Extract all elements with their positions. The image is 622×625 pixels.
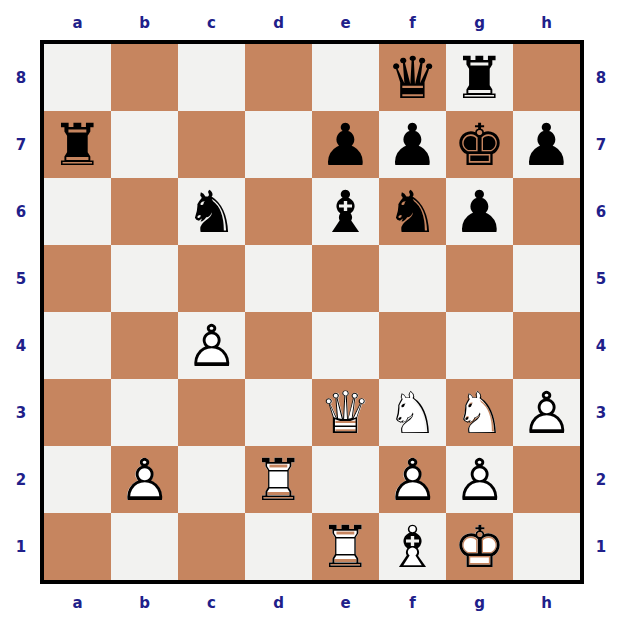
white-bishop[interactable]: ♗︎ (379, 513, 446, 580)
square-g2[interactable]: ♟︎♙︎ (446, 446, 513, 513)
file-label-h-top: h (513, 8, 580, 38)
square-h5[interactable] (513, 245, 580, 312)
file-label-d-top: d (245, 8, 312, 38)
square-e5[interactable] (312, 245, 379, 312)
file-label-c-bottom: c (178, 588, 245, 618)
rank-label-2-right: 2 (586, 446, 616, 513)
black-pawn[interactable]: ♟︎ (312, 111, 379, 178)
square-f3[interactable]: ♞︎♘︎ (379, 379, 446, 446)
square-f8[interactable]: ♛︎ (379, 44, 446, 111)
white-king-fill: ♚︎ (446, 513, 513, 580)
file-label-b-bottom: b (111, 588, 178, 618)
square-b4[interactable] (111, 312, 178, 379)
square-h6[interactable] (513, 178, 580, 245)
file-label-b-top: b (111, 8, 178, 38)
file-label-f-bottom: f (379, 588, 446, 618)
square-e8[interactable] (312, 44, 379, 111)
square-a8[interactable] (44, 44, 111, 111)
black-pawn[interactable]: ♟︎ (446, 178, 513, 245)
rank-label-7-right: 7 (586, 111, 616, 178)
white-pawn[interactable]: ♙︎ (379, 446, 446, 513)
rank-label-2-left: 2 (6, 446, 36, 513)
file-label-a-bottom: a (44, 588, 111, 618)
square-d4[interactable] (245, 312, 312, 379)
white-knight[interactable]: ♘︎ (446, 379, 513, 446)
square-f5[interactable] (379, 245, 446, 312)
square-b5[interactable] (111, 245, 178, 312)
square-c5[interactable] (178, 245, 245, 312)
square-b8[interactable] (111, 44, 178, 111)
white-queen-fill: ♛︎ (312, 379, 379, 446)
rank-label-6-right: 6 (586, 178, 616, 245)
white-rook-fill: ♜︎ (245, 446, 312, 513)
rank-label-8-left: 8 (6, 44, 36, 111)
square-g8[interactable]: ♜︎ (446, 44, 513, 111)
white-pawn[interactable]: ♙︎ (513, 379, 580, 446)
square-h8[interactable] (513, 44, 580, 111)
white-pawn-fill: ♟︎ (513, 379, 580, 446)
white-rook-fill: ♜︎ (312, 513, 379, 580)
square-g3[interactable]: ♞︎♘︎ (446, 379, 513, 446)
white-pawn-fill: ♟︎ (379, 446, 446, 513)
white-pawn-fill: ♟︎ (178, 312, 245, 379)
square-e3[interactable]: ♛︎♕︎ (312, 379, 379, 446)
square-d8[interactable] (245, 44, 312, 111)
square-a7[interactable]: ♜︎ (44, 111, 111, 178)
file-label-g-top: g (446, 8, 513, 38)
rank-label-5-right: 5 (586, 245, 616, 312)
square-f7[interactable]: ♟︎ (379, 111, 446, 178)
file-labels-bottom: abcdefgh (44, 588, 580, 618)
black-king[interactable]: ♚︎ (446, 111, 513, 178)
white-bishop-fill: ♝︎ (379, 513, 446, 580)
black-bishop[interactable]: ♝︎ (312, 178, 379, 245)
rank-label-6-left: 6 (6, 178, 36, 245)
square-e4[interactable] (312, 312, 379, 379)
square-d2[interactable]: ♜︎♖︎ (245, 446, 312, 513)
file-label-h-bottom: h (513, 588, 580, 618)
square-a2[interactable] (44, 446, 111, 513)
rank-label-1-right: 1 (586, 513, 616, 580)
square-f6[interactable]: ♞︎ (379, 178, 446, 245)
white-pawn[interactable]: ♙︎ (178, 312, 245, 379)
white-rook[interactable]: ♖︎ (312, 513, 379, 580)
square-b7[interactable] (111, 111, 178, 178)
file-label-c-top: c (178, 8, 245, 38)
square-e1[interactable]: ♜︎♖︎ (312, 513, 379, 580)
square-h4[interactable] (513, 312, 580, 379)
square-e6[interactable]: ♝︎ (312, 178, 379, 245)
white-knight[interactable]: ♘︎ (379, 379, 446, 446)
square-b6[interactable] (111, 178, 178, 245)
black-queen[interactable]: ♛︎ (379, 44, 446, 111)
square-c8[interactable] (178, 44, 245, 111)
square-c2[interactable] (178, 446, 245, 513)
rank-labels-left: 87654321 (6, 44, 36, 580)
square-a3[interactable] (44, 379, 111, 446)
square-g1[interactable]: ♚︎♔︎ (446, 513, 513, 580)
square-b2[interactable]: ♟︎♙︎ (111, 446, 178, 513)
chess-board: ♛︎♜︎♜︎♟︎♟︎♚︎♟︎♞︎♝︎♞︎♟︎♟︎♙︎♛︎♕︎♞︎♘︎♞︎♘︎♟︎… (40, 40, 584, 584)
square-d7[interactable] (245, 111, 312, 178)
square-c3[interactable] (178, 379, 245, 446)
file-label-d-bottom: d (245, 588, 312, 618)
square-d1[interactable] (245, 513, 312, 580)
black-rook[interactable]: ♜︎ (44, 111, 111, 178)
rank-label-8-right: 8 (586, 44, 616, 111)
chess-diagram-page: abcdefgh 87654321 87654321 abcdefgh ♛︎♜︎… (0, 0, 622, 625)
square-d5[interactable] (245, 245, 312, 312)
black-rook[interactable]: ♜︎ (446, 44, 513, 111)
white-pawn[interactable]: ♙︎ (111, 446, 178, 513)
square-g5[interactable] (446, 245, 513, 312)
black-pawn[interactable]: ♟︎ (513, 111, 580, 178)
square-a4[interactable] (44, 312, 111, 379)
square-b3[interactable] (111, 379, 178, 446)
rank-labels-right: 87654321 (586, 44, 616, 580)
square-a5[interactable] (44, 245, 111, 312)
black-knight[interactable]: ♞︎ (379, 178, 446, 245)
square-a1[interactable] (44, 513, 111, 580)
file-label-e-top: e (312, 8, 379, 38)
white-king[interactable]: ♔︎ (446, 513, 513, 580)
square-c7[interactable] (178, 111, 245, 178)
file-label-a-top: a (44, 8, 111, 38)
rank-label-5-left: 5 (6, 245, 36, 312)
white-knight-fill: ♞︎ (379, 379, 446, 446)
white-pawn-fill: ♟︎ (446, 446, 513, 513)
square-e7[interactable]: ♟︎ (312, 111, 379, 178)
square-d3[interactable] (245, 379, 312, 446)
rank-label-3-left: 3 (6, 379, 36, 446)
square-b1[interactable] (111, 513, 178, 580)
white-knight-fill: ♞︎ (446, 379, 513, 446)
square-e2[interactable] (312, 446, 379, 513)
square-g6[interactable]: ♟︎ (446, 178, 513, 245)
rank-label-1-left: 1 (6, 513, 36, 580)
white-pawn-fill: ♟︎ (111, 446, 178, 513)
rank-label-4-right: 4 (586, 312, 616, 379)
square-f2[interactable]: ♟︎♙︎ (379, 446, 446, 513)
square-c6[interactable]: ♞︎ (178, 178, 245, 245)
square-g7[interactable]: ♚︎ (446, 111, 513, 178)
square-a6[interactable] (44, 178, 111, 245)
rank-label-4-left: 4 (6, 312, 36, 379)
square-h1[interactable] (513, 513, 580, 580)
rank-label-3-right: 3 (586, 379, 616, 446)
square-f1[interactable]: ♝︎♗︎ (379, 513, 446, 580)
square-c1[interactable] (178, 513, 245, 580)
rank-label-7-left: 7 (6, 111, 36, 178)
file-label-g-bottom: g (446, 588, 513, 618)
black-pawn[interactable]: ♟︎ (379, 111, 446, 178)
square-h3[interactable]: ♟︎♙︎ (513, 379, 580, 446)
square-d6[interactable] (245, 178, 312, 245)
black-knight[interactable]: ♞︎ (178, 178, 245, 245)
square-c4[interactable]: ♟︎♙︎ (178, 312, 245, 379)
file-label-e-bottom: e (312, 588, 379, 618)
white-rook[interactable]: ♖︎ (245, 446, 312, 513)
white-pawn[interactable]: ♙︎ (446, 446, 513, 513)
file-labels-top: abcdefgh (44, 8, 580, 38)
white-queen[interactable]: ♕︎ (312, 379, 379, 446)
square-h7[interactable]: ♟︎ (513, 111, 580, 178)
square-h2[interactable] (513, 446, 580, 513)
file-label-f-top: f (379, 8, 446, 38)
square-f4[interactable] (379, 312, 446, 379)
square-g4[interactable] (446, 312, 513, 379)
